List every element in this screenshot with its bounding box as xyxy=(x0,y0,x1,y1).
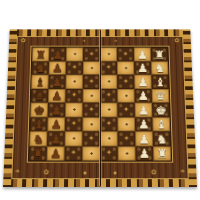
square-d8[interactable]: ✦ xyxy=(83,47,100,61)
square-h5[interactable]: ♛ xyxy=(152,89,170,103)
square-g6[interactable]: ♟ xyxy=(134,75,151,89)
square-b8[interactable]: ✦♟ xyxy=(49,47,66,61)
square-a5[interactable]: ✦♛ xyxy=(31,89,49,103)
piece-black-bishop[interactable]: ♝ xyxy=(31,76,48,88)
piece-black-knight[interactable]: ♞ xyxy=(29,133,47,145)
square-c5[interactable]: ✦ xyxy=(65,89,82,103)
piece-white-queen[interactable]: ♛ xyxy=(152,90,170,102)
mosaic-star-icon: ✦ xyxy=(117,51,134,58)
square-c8[interactable] xyxy=(66,47,83,61)
mosaic-star-icon: ✦ xyxy=(65,120,83,127)
piece-white-pawn[interactable]: ♟ xyxy=(135,147,153,159)
floral-ornament-icon: ✿ xyxy=(151,169,157,176)
square-f4[interactable]: ✦ xyxy=(117,103,135,117)
square-e4[interactable] xyxy=(100,103,117,117)
floral-ornament-icon: ❧ xyxy=(114,39,118,43)
square-c6[interactable] xyxy=(66,75,83,89)
mosaic-star-icon: ✦ xyxy=(117,106,134,113)
square-e1[interactable]: ✦ xyxy=(100,146,118,161)
square-d4[interactable]: ✦ xyxy=(83,103,100,117)
floral-ornament-icon: ❧ xyxy=(179,168,185,175)
square-b7[interactable]: ♟ xyxy=(49,61,66,75)
square-d6[interactable]: ✦ xyxy=(83,75,100,89)
mosaic-star-icon: ✦ xyxy=(64,149,82,157)
piece-white-pawn[interactable]: ♟ xyxy=(135,118,153,130)
mosaic-star-icon: ✦ xyxy=(100,149,118,157)
square-f1[interactable] xyxy=(118,146,136,161)
mosaic-star-icon: ✦ xyxy=(100,92,117,99)
square-d5[interactable] xyxy=(83,89,100,103)
chess-board: ✿ ✿ ❧ ❧ ❧ ❧ ✿ ✿ ◆ ◆ ♜✦♟✦✦♟✦♜✦♞♟✦✦✦♟♞♝✦♟✦… xyxy=(3,29,197,187)
photo-background: ✿ ✿ ❧ ❧ ❧ ❧ ✿ ✿ ◆ ◆ ♜✦♟✦✦♟✦♜✦♞♟✦✦✦♟♞♝✦♟✦… xyxy=(0,0,200,200)
square-h4[interactable]: ✦♚ xyxy=(152,103,170,117)
square-d2[interactable]: ✦ xyxy=(82,131,100,146)
piece-black-pawn[interactable]: ♟ xyxy=(48,90,66,102)
square-e5[interactable]: ✦ xyxy=(100,89,117,103)
piece-black-pawn[interactable]: ♟ xyxy=(47,133,65,145)
square-e8[interactable] xyxy=(100,47,117,61)
piece-white-bishop[interactable]: ♝ xyxy=(151,76,168,88)
square-g3[interactable]: ✦♟ xyxy=(135,117,153,131)
square-e6[interactable] xyxy=(100,75,117,89)
square-d7[interactable] xyxy=(83,61,100,75)
square-b3[interactable]: ♟ xyxy=(47,117,65,131)
piece-black-rook[interactable]: ♜ xyxy=(29,147,47,159)
piece-white-pawn[interactable]: ♟ xyxy=(135,133,153,145)
piece-white-pawn[interactable]: ♟ xyxy=(134,76,151,88)
piece-white-pawn[interactable]: ♟ xyxy=(134,90,152,102)
piece-white-bishop[interactable]: ♝ xyxy=(152,118,170,130)
square-h6[interactable]: ✦♝ xyxy=(151,75,169,89)
floral-ornament-icon: ◆ xyxy=(83,170,87,175)
mosaic-star-icon: ✦ xyxy=(100,120,118,127)
square-c4[interactable] xyxy=(65,103,83,117)
floral-ornament-icon: ◆ xyxy=(113,170,117,175)
square-d1[interactable] xyxy=(82,146,100,161)
square-g8[interactable]: ♟ xyxy=(134,47,151,61)
square-a7[interactable]: ✦♞ xyxy=(32,61,49,75)
floral-ornament-icon: ❧ xyxy=(82,39,86,43)
piece-white-knight[interactable]: ♞ xyxy=(151,62,168,73)
piece-black-pawn[interactable]: ♟ xyxy=(48,76,65,88)
square-g7[interactable]: ✦♟ xyxy=(134,61,151,75)
mosaic-star-icon: ✦ xyxy=(117,78,134,85)
board-hinge-seam xyxy=(99,30,102,186)
piece-black-pawn[interactable]: ♟ xyxy=(49,62,66,73)
square-f7[interactable] xyxy=(117,61,134,75)
square-g1[interactable]: ✦♟ xyxy=(135,146,153,161)
piece-white-pawn[interactable]: ♟ xyxy=(135,104,153,116)
square-b5[interactable]: ♟ xyxy=(48,89,66,103)
floral-ornament-icon: ✿ xyxy=(43,169,49,176)
mosaic-star-icon: ✦ xyxy=(66,64,83,71)
square-a3[interactable]: ✦♝ xyxy=(30,117,48,131)
square-f6[interactable]: ✦ xyxy=(117,75,134,89)
mosaic-star-icon: ✦ xyxy=(83,78,100,85)
piece-white-king[interactable]: ♚ xyxy=(152,104,170,116)
square-a1[interactable]: ✦♜ xyxy=(29,146,47,161)
piece-white-rook[interactable]: ♜ xyxy=(151,49,168,60)
square-h2[interactable]: ✦♞ xyxy=(153,131,171,146)
piece-black-pawn[interactable]: ♟ xyxy=(47,147,65,159)
square-a2[interactable]: ♞ xyxy=(29,131,47,146)
square-g2[interactable]: ♟ xyxy=(135,131,153,146)
square-h1[interactable]: ♜ xyxy=(153,146,171,161)
mosaic-star-icon: ✦ xyxy=(65,92,82,99)
square-f5[interactable] xyxy=(117,89,134,103)
mosaic-star-icon: ✦ xyxy=(100,64,117,71)
piece-black-king[interactable]: ♚ xyxy=(30,104,48,116)
piece-black-pawn[interactable]: ♟ xyxy=(47,118,65,130)
square-f2[interactable]: ✦ xyxy=(118,131,136,146)
piece-black-bishop[interactable]: ♝ xyxy=(30,118,48,130)
square-h8[interactable]: ✦♜ xyxy=(151,47,168,61)
square-h7[interactable]: ♞ xyxy=(151,61,168,75)
square-b4[interactable]: ✦♟ xyxy=(48,103,66,117)
piece-white-pawn[interactable]: ♟ xyxy=(134,62,151,73)
square-a6[interactable]: ♝ xyxy=(31,75,49,89)
floral-ornament-icon: ❧ xyxy=(14,168,20,175)
square-h3[interactable]: ♝ xyxy=(152,117,170,131)
mosaic-star-icon: ✦ xyxy=(83,106,100,113)
square-a4[interactable]: ♚ xyxy=(30,103,48,117)
piece-white-knight[interactable]: ♞ xyxy=(153,133,171,145)
mosaic-star-icon: ✦ xyxy=(83,51,100,58)
square-e3[interactable]: ✦ xyxy=(100,117,118,131)
square-b2[interactable]: ✦♟ xyxy=(47,131,65,146)
floral-ornament-icon: ✿ xyxy=(174,38,180,44)
piece-white-pawn[interactable]: ♟ xyxy=(134,49,151,60)
square-c7[interactable]: ✦ xyxy=(66,61,83,75)
piece-black-pawn[interactable]: ♟ xyxy=(48,104,66,116)
square-c2[interactable] xyxy=(65,131,83,146)
square-c3[interactable]: ✦ xyxy=(65,117,83,131)
square-e7[interactable]: ✦ xyxy=(100,61,117,75)
square-g4[interactable]: ♟ xyxy=(135,103,153,117)
square-b1[interactable]: ♟ xyxy=(47,146,65,161)
piece-black-queen[interactable]: ♛ xyxy=(31,90,49,102)
square-b6[interactable]: ✦♟ xyxy=(48,75,65,89)
mosaic-star-icon: ✦ xyxy=(82,135,100,143)
square-f3[interactable] xyxy=(117,117,135,131)
piece-black-rook[interactable]: ♜ xyxy=(32,49,49,60)
square-f8[interactable]: ✦ xyxy=(117,47,134,61)
piece-white-rook[interactable]: ♜ xyxy=(153,147,171,159)
mosaic-star-icon: ✦ xyxy=(118,135,136,143)
square-e2[interactable] xyxy=(100,131,118,146)
piece-black-knight[interactable]: ♞ xyxy=(32,62,49,73)
square-a8[interactable]: ♜ xyxy=(32,47,49,61)
floral-ornament-icon: ✿ xyxy=(20,38,26,44)
square-g5[interactable]: ✦♟ xyxy=(134,89,152,103)
square-d3[interactable] xyxy=(82,117,100,131)
piece-black-pawn[interactable]: ♟ xyxy=(49,49,66,60)
square-c1[interactable]: ✦ xyxy=(64,146,82,161)
